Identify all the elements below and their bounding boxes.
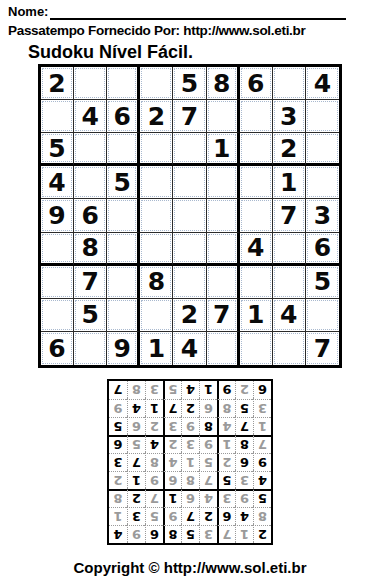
puzzle-cell-r9c1[interactable]: 6	[41, 332, 74, 365]
puzzle-cell-r2c8[interactable]: 3	[273, 100, 306, 133]
solution-cell-r5c3: 2	[217, 453, 235, 471]
solution-cell-r9c7: 3	[145, 381, 163, 399]
puzzle-cell-r5c8[interactable]: 7	[273, 199, 306, 232]
solution-cell-r1c9: 4	[109, 525, 127, 543]
provider-line: Passatempo Fornecido Por: http://www.sol…	[8, 23, 372, 38]
solution-cell-r4c3: 5	[217, 471, 235, 489]
puzzle-cell-r2c6[interactable]	[207, 100, 240, 133]
puzzle-cell-r6c6[interactable]	[207, 233, 240, 266]
solution-cell-r7c1: 1	[253, 417, 271, 435]
solution-cell-r3c5: 6	[181, 489, 199, 507]
puzzle-cell-r7c2[interactable]: 7	[74, 266, 107, 299]
solution-cell-r4c2: 3	[235, 471, 253, 489]
solution-cell-r3c9: 8	[109, 489, 127, 507]
solution-cell-r8c4: 6	[199, 399, 217, 417]
puzzle-cell-r3c6[interactable]: 1	[207, 133, 240, 166]
puzzle-cell-r4c9[interactable]	[306, 166, 339, 199]
puzzle-cell-r6c8[interactable]	[273, 233, 306, 266]
solution-cell-r6c3: 1	[217, 435, 235, 453]
puzzle-cell-r7c5[interactable]	[173, 266, 206, 299]
solution-cell-r5c1: 9	[253, 453, 271, 471]
solution-cell-r9c4: 1	[199, 381, 217, 399]
solution-cell-r6c5: 3	[181, 435, 199, 453]
solution-cell-r6c9: 6	[109, 435, 127, 453]
puzzle-cell-r1c8[interactable]	[273, 67, 306, 100]
puzzle-cell-r1c3[interactable]	[107, 67, 140, 100]
puzzle-cell-r2c4[interactable]: 2	[140, 100, 173, 133]
puzzle-cell-r4c3[interactable]: 5	[107, 166, 140, 199]
puzzle-cell-r4c4[interactable]	[140, 166, 173, 199]
solution-cell-r3c2: 9	[235, 489, 253, 507]
solution-cell-r2c4: 2	[199, 507, 217, 525]
puzzle-cell-r1c9[interactable]: 4	[306, 67, 339, 100]
solution-cell-r7c5: 9	[181, 417, 199, 435]
solution-cell-r4c5: 8	[181, 471, 199, 489]
puzzle-cell-r5c7[interactable]	[240, 199, 273, 232]
puzzle-cell-r7c8[interactable]	[273, 266, 306, 299]
solution-cell-r9c6: 5	[163, 381, 181, 399]
solution-cell-r2c3: 6	[217, 507, 235, 525]
solution-cell-r1c8: 9	[127, 525, 145, 543]
solution-cell-r2c1: 8	[253, 507, 271, 525]
solution-cell-r3c8: 2	[127, 489, 145, 507]
solution-cell-r9c1: 6	[253, 381, 271, 399]
puzzle-cell-r9c6[interactable]	[207, 332, 240, 365]
puzzle-cell-r6c3[interactable]	[107, 233, 140, 266]
puzzle-cell-r3c8[interactable]: 2	[273, 133, 306, 166]
solution-cell-r1c1: 2	[253, 525, 271, 543]
puzzle-cell-r8c5[interactable]: 2	[173, 299, 206, 332]
puzzle-cell-r8c7[interactable]: 1	[240, 299, 273, 332]
solution-cell-r8c6: 7	[163, 399, 181, 417]
solution-cell-r8c1: 3	[253, 399, 271, 417]
puzzle-cell-r3c1[interactable]: 5	[41, 133, 74, 166]
solution-cell-r3c4: 4	[199, 489, 217, 507]
sudoku-puzzle-grid[interactable]: 258644627351245196738467855271469147	[38, 64, 342, 368]
puzzle-cell-r7c9[interactable]: 5	[306, 266, 339, 299]
puzzle-cell-r5c9[interactable]: 3	[306, 199, 339, 232]
puzzle-cell-r3c5[interactable]	[173, 133, 206, 166]
solution-cell-r9c3: 9	[217, 381, 235, 399]
puzzle-cell-r9c5[interactable]: 4	[173, 332, 206, 365]
solution-cell-r2c9: 1	[109, 507, 127, 525]
puzzle-cell-r8c3[interactable]	[107, 299, 140, 332]
solution-cell-r5c4: 5	[199, 453, 217, 471]
solution-cell-r9c8: 8	[127, 381, 145, 399]
solution-cell-r2c8: 3	[127, 507, 145, 525]
puzzle-cell-r4c7[interactable]	[240, 166, 273, 199]
puzzle-cell-r8c2[interactable]: 5	[74, 299, 107, 332]
puzzle-cell-r3c2[interactable]	[74, 133, 107, 166]
puzzle-cell-r5c4[interactable]	[140, 199, 173, 232]
solution-cell-r2c2: 4	[235, 507, 253, 525]
puzzle-cell-r7c3[interactable]	[107, 266, 140, 299]
puzzle-cell-r5c6[interactable]	[207, 199, 240, 232]
puzzle-cell-r1c4[interactable]	[140, 67, 173, 100]
puzzle-cell-r4c8[interactable]: 1	[273, 166, 306, 199]
solution-cell-r1c6: 8	[163, 525, 181, 543]
puzzle-cell-r5c2[interactable]: 6	[74, 199, 107, 232]
solution-cell-r4c9: 2	[109, 471, 127, 489]
solution-cell-r1c4: 3	[199, 525, 217, 543]
solution-cell-r7c4: 8	[199, 417, 217, 435]
solution-cell-r2c6: 9	[163, 507, 181, 525]
solution-cell-r6c2: 8	[235, 435, 253, 453]
puzzle-cell-r7c6[interactable]	[207, 266, 240, 299]
solution-cell-r5c8: 7	[127, 453, 145, 471]
puzzle-cell-r8c8[interactable]: 4	[273, 299, 306, 332]
puzzle-cell-r9c7[interactable]	[240, 332, 273, 365]
puzzle-cell-r3c7[interactable]	[240, 133, 273, 166]
puzzle-cell-r9c8[interactable]	[273, 332, 306, 365]
solution-cell-r7c3: 4	[217, 417, 235, 435]
puzzle-cell-r1c1[interactable]: 2	[41, 67, 74, 100]
solution-cell-r7c6: 3	[163, 417, 181, 435]
solution-cell-r1c7: 6	[145, 525, 163, 543]
solution-cell-r5c9: 3	[109, 453, 127, 471]
solution-cell-r2c7: 5	[145, 507, 163, 525]
name-write-in-line	[50, 4, 346, 20]
puzzle-cell-r4c1[interactable]: 4	[41, 166, 74, 199]
puzzle-cell-r5c1[interactable]: 9	[41, 199, 74, 232]
solution-cell-r7c9: 5	[109, 417, 127, 435]
solution-cell-r3c1: 5	[253, 489, 271, 507]
puzzle-cell-r2c5[interactable]: 7	[173, 100, 206, 133]
puzzle-cell-r8c4[interactable]	[140, 299, 173, 332]
solution-cell-r1c5: 5	[181, 525, 199, 543]
puzzle-cell-r4c5[interactable]	[173, 166, 206, 199]
puzzle-cell-r3c9[interactable]	[306, 133, 339, 166]
solution-cell-r7c2: 7	[235, 417, 253, 435]
solution-cell-r9c5: 4	[181, 381, 199, 399]
puzzle-page: Nome: Passatempo Fornecido Por: http://w…	[0, 0, 380, 585]
puzzle-cell-r3c4[interactable]	[140, 133, 173, 166]
solution-cell-r8c7: 1	[145, 399, 163, 417]
puzzle-cell-r8c9[interactable]	[306, 299, 339, 332]
solution-cell-r4c1: 4	[253, 471, 271, 489]
sudoku-solution-grid-rotated: 2173586948462795315934617284357869129625…	[107, 379, 273, 545]
puzzle-cell-r7c4[interactable]: 8	[140, 266, 173, 299]
solution-cell-r6c1: 7	[253, 435, 271, 453]
puzzle-cell-r6c5[interactable]	[173, 233, 206, 266]
puzzle-cell-r1c2[interactable]	[74, 67, 107, 100]
solution-cell-r8c9: 9	[109, 399, 127, 417]
puzzle-cell-r6c2[interactable]: 8	[74, 233, 107, 266]
puzzle-cell-r2c2[interactable]: 4	[74, 100, 107, 133]
solution-cell-r1c3: 7	[217, 525, 235, 543]
solution-cell-r5c6: 4	[163, 453, 181, 471]
puzzle-cell-r2c3[interactable]: 6	[107, 100, 140, 133]
solution-cell-r1c2: 1	[235, 525, 253, 543]
puzzle-cell-r8c1[interactable]	[41, 299, 74, 332]
puzzle-cell-r2c1[interactable]	[41, 100, 74, 133]
puzzle-cell-r6c7[interactable]: 4	[240, 233, 273, 266]
solution-cell-r5c2: 6	[235, 453, 253, 471]
name-row: Nome:	[8, 3, 372, 20]
puzzle-cell-r6c4[interactable]	[140, 233, 173, 266]
solution-cell-r6c7: 4	[145, 435, 163, 453]
solution-cell-r9c2: 2	[235, 381, 253, 399]
puzzle-cell-r9c9[interactable]: 7	[306, 332, 339, 365]
solution-cell-r3c7: 7	[145, 489, 163, 507]
solution-cell-r5c7: 8	[145, 453, 163, 471]
solution-cell-r8c8: 4	[127, 399, 145, 417]
solution-cell-r6c4: 9	[199, 435, 217, 453]
solution-cell-r8c2: 5	[235, 399, 253, 417]
solution-cell-r8c5: 2	[181, 399, 199, 417]
solution-cell-r9c9: 7	[109, 381, 127, 399]
solution-cell-r8c3: 8	[217, 399, 235, 417]
solution-cell-r4c6: 6	[163, 471, 181, 489]
puzzle-cell-r9c4[interactable]: 1	[140, 332, 173, 365]
solution-cell-r4c8: 1	[127, 471, 145, 489]
solution-cell-r6c6: 2	[163, 435, 181, 453]
puzzle-cell-r4c6[interactable]	[207, 166, 240, 199]
solution-cell-r6c8: 5	[127, 435, 145, 453]
solution-cell-r4c4: 7	[199, 471, 217, 489]
puzzle-cell-r4c2[interactable]	[74, 166, 107, 199]
solution-cell-r3c3: 3	[217, 489, 235, 507]
copyright-footer: Copyright © http://www.sol.eti.br	[0, 559, 380, 576]
page-header: Nome: Passatempo Fornecido Por: http://w…	[0, 0, 380, 62]
puzzle-cell-r5c3[interactable]	[107, 199, 140, 232]
solution-cell-r5c5: 1	[181, 453, 199, 471]
puzzle-cell-r1c5[interactable]: 5	[173, 67, 206, 100]
puzzle-cell-r8c6[interactable]: 7	[207, 299, 240, 332]
solution-cell-r3c6: 1	[163, 489, 181, 507]
puzzle-cell-r6c1[interactable]	[41, 233, 74, 266]
puzzle-cell-r6c9[interactable]: 6	[306, 233, 339, 266]
puzzle-cell-r7c7[interactable]	[240, 266, 273, 299]
page-title: Sudoku Nível Fácil.	[28, 42, 372, 62]
puzzle-cell-r1c7[interactable]: 6	[240, 67, 273, 100]
puzzle-cell-r9c3[interactable]: 9	[107, 332, 140, 365]
solution-cell-r7c7: 2	[145, 417, 163, 435]
puzzle-cell-r3c3[interactable]	[107, 133, 140, 166]
puzzle-cell-r2c7[interactable]	[240, 100, 273, 133]
puzzle-cell-r7c1[interactable]	[41, 266, 74, 299]
puzzle-cell-r1c6[interactable]: 8	[207, 67, 240, 100]
puzzle-cell-r5c5[interactable]	[173, 199, 206, 232]
puzzle-cell-r9c2[interactable]	[74, 332, 107, 365]
solution-cell-r2c5: 7	[181, 507, 199, 525]
solution-cell-r7c8: 6	[127, 417, 145, 435]
solution-cell-r4c7: 9	[145, 471, 163, 489]
puzzle-cell-r2c9[interactable]	[306, 100, 339, 133]
name-label: Nome:	[8, 4, 48, 20]
